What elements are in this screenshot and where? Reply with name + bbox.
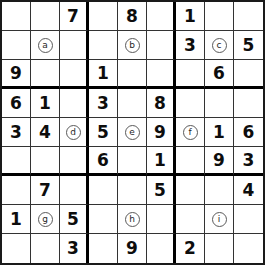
cell-r1c2[interactable] [31, 2, 60, 31]
cell-r1c7: 1 [176, 2, 205, 31]
cell-r8c8[interactable]: i [205, 205, 234, 234]
cell-r5c6: 9 [147, 118, 176, 147]
cell-r6c6: 1 [147, 147, 176, 176]
cell-r7c6: 5 [147, 176, 176, 205]
cell-r2c7: 3 [176, 31, 205, 60]
cell-r2c3[interactable] [60, 31, 89, 60]
given-digit: 4 [39, 124, 51, 141]
cell-r9c6[interactable] [147, 234, 176, 263]
cell-r4c9[interactable] [234, 89, 263, 118]
cell-r3c8: 6 [205, 60, 234, 89]
cell-r3c4: 1 [89, 60, 118, 89]
cell-r9c1[interactable] [2, 234, 31, 263]
cell-r7c5[interactable] [118, 176, 147, 205]
given-digit: 9 [213, 152, 225, 169]
cell-r8c1: 1 [2, 205, 31, 234]
cell-r4c6: 8 [147, 89, 176, 118]
cell-r1c6[interactable] [147, 2, 176, 31]
cell-r4c4: 3 [89, 89, 118, 118]
cell-r5c1: 3 [2, 118, 31, 147]
given-digit: 9 [154, 124, 166, 141]
given-digit: 1 [184, 8, 196, 25]
circled-letter-g: g [38, 212, 53, 227]
cell-r4c7[interactable] [176, 89, 205, 118]
cell-r6c2[interactable] [31, 147, 60, 176]
cell-r6c8: 9 [205, 147, 234, 176]
cell-r2c9: 5 [234, 31, 263, 60]
cell-r6c7[interactable] [176, 147, 205, 176]
cell-r3c1: 9 [2, 60, 31, 89]
cell-r8c5[interactable]: h [118, 205, 147, 234]
sudoku-puzzle-screenshot: 781ab3c5916613834d5e9f1661937541g5hi392 [0, 0, 265, 265]
given-digit: 1 [39, 95, 51, 112]
cell-r1c9[interactable] [234, 2, 263, 31]
cell-r4c1: 6 [2, 89, 31, 118]
given-digit: 8 [126, 8, 138, 25]
cell-r3c2[interactable] [31, 60, 60, 89]
cell-r3c6[interactable] [147, 60, 176, 89]
given-digit: 3 [97, 95, 109, 112]
cell-r9c5: 9 [118, 234, 147, 263]
given-digit: 1 [97, 65, 109, 82]
cell-r7c8[interactable] [205, 176, 234, 205]
circled-letter-f: f [183, 125, 198, 140]
circled-letter-i: i [212, 212, 227, 227]
cell-r3c7[interactable] [176, 60, 205, 89]
cell-r4c5[interactable] [118, 89, 147, 118]
cell-r1c8[interactable] [205, 2, 234, 31]
cell-r2c5[interactable]: b [118, 31, 147, 60]
cell-r9c2[interactable] [31, 234, 60, 263]
cell-r1c4[interactable] [89, 2, 118, 31]
cell-r7c3[interactable] [60, 176, 89, 205]
cell-r5c5[interactable]: e [118, 118, 147, 147]
cell-r5c3[interactable]: d [60, 118, 89, 147]
cell-r3c5[interactable] [118, 60, 147, 89]
cell-r4c8[interactable] [205, 89, 234, 118]
given-digit: 9 [10, 65, 22, 82]
given-digit: 6 [213, 65, 225, 82]
cell-r7c9: 4 [234, 176, 263, 205]
given-digit: 8 [154, 95, 166, 112]
given-digit: 5 [97, 124, 109, 141]
circled-letter-d: d [66, 125, 81, 140]
cell-r7c4[interactable] [89, 176, 118, 205]
cell-r9c4[interactable] [89, 234, 118, 263]
cell-r5c8: 1 [205, 118, 234, 147]
cell-r7c1[interactable] [2, 176, 31, 205]
cell-r9c3: 3 [60, 234, 89, 263]
circled-letter-a: a [38, 38, 53, 53]
cell-r1c3: 7 [60, 2, 89, 31]
cell-r8c3: 5 [60, 205, 89, 234]
cell-r2c1[interactable] [2, 31, 31, 60]
cell-r8c2[interactable]: g [31, 205, 60, 234]
cell-r7c2: 7 [31, 176, 60, 205]
cell-r2c4[interactable] [89, 31, 118, 60]
circled-letter-h: h [125, 212, 140, 227]
given-digit: 6 [10, 95, 22, 112]
cell-r4c2: 1 [31, 89, 60, 118]
cell-r2c6[interactable] [147, 31, 176, 60]
cell-r9c8[interactable] [205, 234, 234, 263]
cell-r7c7[interactable] [176, 176, 205, 205]
cell-r6c4: 6 [89, 147, 118, 176]
cell-r2c2[interactable]: a [31, 31, 60, 60]
circled-letter-e: e [125, 125, 140, 140]
cell-r8c9[interactable] [234, 205, 263, 234]
given-digit: 3 [243, 152, 255, 169]
given-digit: 7 [67, 8, 79, 25]
given-digit: 7 [39, 182, 51, 199]
cell-r6c9: 3 [234, 147, 263, 176]
given-digit: 1 [10, 211, 22, 228]
cell-r3c9[interactable] [234, 60, 263, 89]
cell-r6c1[interactable] [2, 147, 31, 176]
cell-r6c5[interactable] [118, 147, 147, 176]
given-digit: 9 [126, 240, 138, 257]
given-digit: 5 [243, 37, 255, 54]
given-digit: 6 [97, 152, 109, 169]
cell-r5c2: 4 [31, 118, 60, 147]
circled-letter-c: c [212, 38, 227, 53]
cell-r5c7[interactable]: f [176, 118, 205, 147]
circled-letter-b: b [125, 38, 140, 53]
given-digit: 5 [67, 211, 79, 228]
given-digit: 3 [67, 240, 79, 257]
cell-r5c4: 5 [89, 118, 118, 147]
cell-r3c3[interactable] [60, 60, 89, 89]
given-digit: 2 [184, 240, 196, 257]
given-digit: 5 [154, 182, 166, 199]
sudoku-board: 781ab3c5916613834d5e9f1661937541g5hi392 [0, 0, 265, 265]
given-digit: 4 [243, 182, 255, 199]
cell-r1c1[interactable] [2, 2, 31, 31]
cell-r6c3[interactable] [60, 147, 89, 176]
given-digit: 3 [184, 37, 196, 54]
cell-r9c7: 2 [176, 234, 205, 263]
given-digit: 3 [10, 124, 22, 141]
cell-r1c5: 8 [118, 2, 147, 31]
given-digit: 6 [243, 124, 255, 141]
cell-r8c7[interactable] [176, 205, 205, 234]
cell-r4c3[interactable] [60, 89, 89, 118]
cell-r2c8[interactable]: c [205, 31, 234, 60]
given-digit: 1 [154, 152, 166, 169]
cell-r8c6[interactable] [147, 205, 176, 234]
cell-r5c9: 6 [234, 118, 263, 147]
cell-r9c9[interactable] [234, 234, 263, 263]
given-digit: 1 [213, 124, 225, 141]
cell-r8c4[interactable] [89, 205, 118, 234]
